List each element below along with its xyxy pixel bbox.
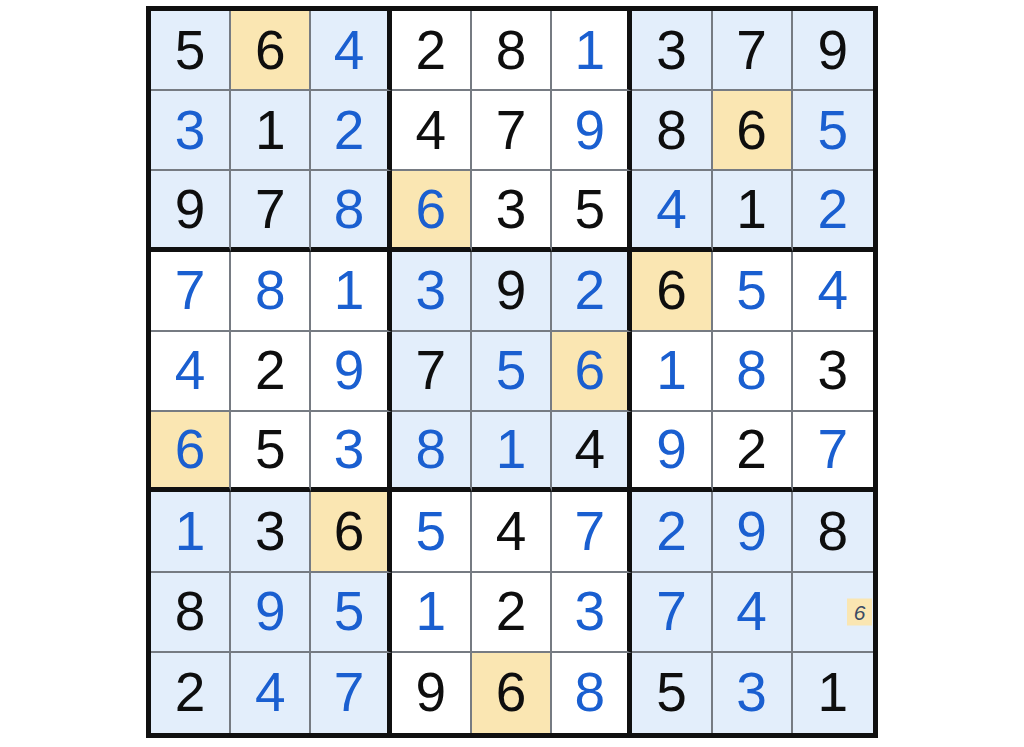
digit: 3: [818, 343, 849, 398]
digit: 9: [255, 584, 286, 639]
digit: 6: [736, 103, 767, 158]
pencil-mark-6: 6: [847, 598, 872, 625]
cell-r7c2[interactable]: 3: [231, 492, 311, 572]
digit: 6: [175, 422, 206, 477]
cell-r7c9[interactable]: 8: [793, 492, 873, 572]
cell-r8c2[interactable]: 9: [231, 573, 311, 653]
cell-r2c9[interactable]: 5: [793, 91, 873, 171]
digit: 5: [496, 343, 527, 398]
cell-r5c2[interactable]: 2: [231, 332, 311, 412]
cell-r2c2[interactable]: 1: [231, 91, 311, 171]
digit: 7: [496, 103, 527, 158]
digit: 4: [656, 182, 687, 237]
cell-r1c6[interactable]: 1: [552, 11, 632, 91]
cell-r9c9[interactable]: 1: [793, 653, 873, 733]
cell-r2c6[interactable]: 9: [552, 91, 632, 171]
digit: 7: [415, 343, 446, 398]
cell-r3c9[interactable]: 2: [793, 171, 873, 251]
digit: 6: [255, 23, 286, 78]
digit: 9: [334, 343, 365, 398]
digit: 3: [574, 584, 605, 639]
cell-r6c3[interactable]: 3: [311, 412, 391, 492]
digit: 3: [334, 422, 365, 477]
digit: 5: [656, 665, 687, 720]
cell-r7c3[interactable]: 6: [311, 492, 391, 572]
digit: 4: [415, 103, 446, 158]
digit: 1: [496, 422, 527, 477]
digit: 3: [415, 263, 446, 318]
cell-r4c3[interactable]: 1: [311, 252, 391, 332]
digit: 4: [175, 343, 206, 398]
digit: 3: [736, 665, 767, 720]
digit: 7: [818, 422, 849, 477]
cell-r8c6[interactable]: 3: [552, 573, 632, 653]
digit: 8: [496, 23, 527, 78]
digit: 3: [255, 504, 286, 559]
cell-r2c3[interactable]: 2: [311, 91, 391, 171]
digit: 1: [736, 182, 767, 237]
cell-r7c6[interactable]: 7: [552, 492, 632, 572]
digit: 5: [255, 422, 286, 477]
digit: 7: [656, 584, 687, 639]
digit: 7: [175, 263, 206, 318]
cell-r2c8[interactable]: 6: [713, 91, 793, 171]
digit: 3: [496, 182, 527, 237]
cell-r3c4[interactable]: 6: [392, 171, 472, 251]
cell-r6c8[interactable]: 2: [713, 412, 793, 492]
cell-r1c8[interactable]: 7: [713, 11, 793, 91]
cell-r4c5[interactable]: 9: [472, 252, 552, 332]
digit: 4: [736, 584, 767, 639]
cell-r4c2[interactable]: 8: [231, 252, 311, 332]
cell-r8c3[interactable]: 5: [311, 573, 391, 653]
digit: 2: [496, 584, 527, 639]
cell-r8c9[interactable]: 6: [793, 573, 873, 653]
cell-r2c7[interactable]: 8: [632, 91, 712, 171]
digit: 4: [255, 665, 286, 720]
cell-r5c8[interactable]: 8: [713, 332, 793, 412]
digit: 2: [415, 23, 446, 78]
cell-r2c5[interactable]: 7: [472, 91, 552, 171]
digit: 2: [736, 422, 767, 477]
cell-r8c4[interactable]: 1: [392, 573, 472, 653]
cell-r8c8[interactable]: 4: [713, 573, 793, 653]
cell-r1c7[interactable]: 3: [632, 11, 712, 91]
cell-r3c7[interactable]: 4: [632, 171, 712, 251]
cell-r4c8[interactable]: 5: [713, 252, 793, 332]
cell-r2c1[interactable]: 3: [151, 91, 231, 171]
digit: 5: [415, 504, 446, 559]
digit: 5: [175, 23, 206, 78]
cell-r9c4[interactable]: 9: [392, 653, 472, 733]
digit: 8: [818, 504, 849, 559]
digit: 2: [255, 343, 286, 398]
digit: 8: [736, 343, 767, 398]
digit: 6: [574, 343, 605, 398]
cell-r9c3[interactable]: 7: [311, 653, 391, 733]
digit: 4: [334, 23, 365, 78]
digit: 7: [736, 23, 767, 78]
cell-r9c6[interactable]: 8: [552, 653, 632, 733]
cell-r4c9[interactable]: 4: [793, 252, 873, 332]
cell-r6c7[interactable]: 9: [632, 412, 712, 492]
cell-r1c3[interactable]: 4: [311, 11, 391, 91]
digit: 6: [656, 263, 687, 318]
sudoku-board: 5642813793124798659786354127813926544297…: [146, 6, 878, 738]
cell-r1c4[interactable]: 2: [392, 11, 472, 91]
cell-r2c4[interactable]: 4: [392, 91, 472, 171]
digit: 7: [574, 504, 605, 559]
cell-r9c8[interactable]: 3: [713, 653, 793, 733]
digit: 2: [818, 182, 849, 237]
digit: 9: [574, 103, 605, 158]
digit: 8: [334, 182, 365, 237]
cell-r3c8[interactable]: 1: [713, 171, 793, 251]
cell-r4c1[interactable]: 7: [151, 252, 231, 332]
cell-r1c5[interactable]: 8: [472, 11, 552, 91]
digit: 9: [496, 263, 527, 318]
cell-r5c6[interactable]: 6: [552, 332, 632, 412]
digit: 8: [175, 584, 206, 639]
digit: 3: [175, 103, 206, 158]
cell-r3c6[interactable]: 5: [552, 171, 632, 251]
digit: 8: [415, 422, 446, 477]
digit: 2: [175, 665, 206, 720]
cell-r4c4[interactable]: 3: [392, 252, 472, 332]
cell-r1c2[interactable]: 6: [231, 11, 311, 91]
cell-r6c4[interactable]: 8: [392, 412, 472, 492]
digit: 2: [656, 504, 687, 559]
digit: 8: [574, 665, 605, 720]
cell-r3c2[interactable]: 7: [231, 171, 311, 251]
digit: 1: [656, 343, 687, 398]
digit: 9: [818, 23, 849, 78]
digit: 4: [574, 422, 605, 477]
digit: 8: [656, 103, 687, 158]
digit: 5: [818, 103, 849, 158]
digit: 5: [334, 584, 365, 639]
cell-r5c1[interactable]: 4: [151, 332, 231, 412]
digit: 1: [175, 504, 206, 559]
cell-r5c9[interactable]: 3: [793, 332, 873, 412]
digit: 2: [334, 103, 365, 158]
cell-r8c5[interactable]: 2: [472, 573, 552, 653]
digit: 1: [818, 665, 849, 720]
cell-r9c2[interactable]: 4: [231, 653, 311, 733]
digit: 9: [415, 665, 446, 720]
digit: 1: [255, 103, 286, 158]
cell-r5c7[interactable]: 1: [632, 332, 712, 412]
cell-r8c1[interactable]: 8: [151, 573, 231, 653]
digit: 9: [736, 504, 767, 559]
cell-r7c8[interactable]: 9: [713, 492, 793, 572]
cell-r7c1[interactable]: 1: [151, 492, 231, 572]
cell-r1c9[interactable]: 9: [793, 11, 873, 91]
cell-r3c1[interactable]: 9: [151, 171, 231, 251]
cell-r1c1[interactable]: 5: [151, 11, 231, 91]
cell-r9c1[interactable]: 2: [151, 653, 231, 733]
digit: 7: [334, 665, 365, 720]
cell-r6c5[interactable]: 1: [472, 412, 552, 492]
digit: 9: [656, 422, 687, 477]
cell-r4c6[interactable]: 2: [552, 252, 632, 332]
digit: 6: [496, 665, 527, 720]
digit: 4: [496, 504, 527, 559]
cell-r5c3[interactable]: 9: [311, 332, 391, 412]
digit: 3: [656, 23, 687, 78]
cell-r6c6[interactable]: 4: [552, 412, 632, 492]
cell-r3c5[interactable]: 3: [472, 171, 552, 251]
cell-r8c7[interactable]: 7: [632, 573, 712, 653]
digit: 1: [574, 23, 605, 78]
cell-r4c7[interactable]: 6: [632, 252, 712, 332]
digit: 5: [736, 263, 767, 318]
cell-r6c2[interactable]: 5: [231, 412, 311, 492]
digit: 4: [818, 263, 849, 318]
page: 5642813793124798659786354127813926544297…: [0, 0, 1024, 747]
digit: 6: [415, 182, 446, 237]
digit: 1: [415, 584, 446, 639]
digit: 1: [334, 263, 365, 318]
digit: 5: [574, 182, 605, 237]
cell-r7c7[interactable]: 2: [632, 492, 712, 572]
digit: 8: [255, 263, 286, 318]
digit: 9: [175, 182, 206, 237]
cell-r6c1[interactable]: 6: [151, 412, 231, 492]
digit: 6: [334, 504, 365, 559]
cell-r5c5[interactable]: 5: [472, 332, 552, 412]
cell-r9c5[interactable]: 6: [472, 653, 552, 733]
digit: 2: [574, 263, 605, 318]
digit: 7: [255, 182, 286, 237]
cell-r3c3[interactable]: 8: [311, 171, 391, 251]
cell-r6c9[interactable]: 7: [793, 412, 873, 492]
cell-r7c5[interactable]: 4: [472, 492, 552, 572]
cell-r7c4[interactable]: 5: [392, 492, 472, 572]
cell-r9c7[interactable]: 5: [632, 653, 712, 733]
cell-r5c4[interactable]: 7: [392, 332, 472, 412]
